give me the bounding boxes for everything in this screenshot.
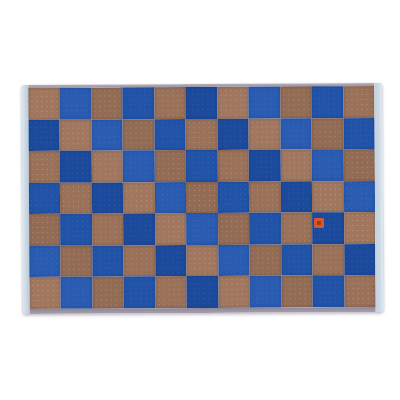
board-cell [343, 86, 375, 118]
board-cell [280, 118, 312, 150]
board-cell [92, 182, 124, 214]
board-cell [281, 181, 313, 213]
board-cell [217, 150, 249, 182]
board-cell [155, 245, 187, 277]
brand-tag-logo-mark [317, 221, 321, 225]
board-cell [249, 244, 281, 276]
board-cell [124, 277, 156, 309]
board-cell [343, 149, 375, 181]
board-cell [187, 276, 219, 308]
board-cell [249, 213, 281, 245]
board-cell [249, 150, 281, 182]
board-cell [154, 87, 186, 119]
board-cell [344, 212, 376, 244]
board-cell [344, 275, 376, 307]
board-cell [186, 118, 218, 150]
page-background: { "game": "checkerboard (checkers-style … [0, 0, 400, 400]
board-cell [281, 276, 313, 308]
board-cell [123, 214, 155, 246]
board-cell [123, 182, 155, 214]
board-cell [313, 276, 345, 308]
board-cell [123, 119, 155, 151]
board-cell [343, 181, 375, 213]
board-cell [29, 151, 61, 183]
board-cell [123, 87, 155, 119]
board-cell [92, 151, 124, 183]
board-cell [217, 87, 249, 119]
board-cell [29, 119, 61, 151]
right-selvedge-strip [374, 83, 383, 312]
bottom-hem [30, 307, 376, 314]
board-cell [29, 183, 61, 215]
board-cell [249, 118, 281, 150]
board-cell [312, 118, 344, 150]
board-cell [344, 244, 376, 276]
board-cell [312, 181, 344, 213]
board-cell [281, 213, 313, 245]
board-cell [91, 87, 123, 119]
board-cell [155, 182, 187, 214]
board-cell [155, 213, 187, 245]
board-cell [248, 87, 280, 119]
board-cell [281, 244, 313, 276]
board-cell [218, 181, 250, 213]
board-cell [60, 119, 92, 151]
checkered-bath-mat [21, 83, 383, 314]
board-cell [280, 86, 312, 118]
board-cell [124, 245, 156, 277]
board-cell [60, 88, 92, 120]
board-cell [155, 150, 187, 182]
board-cell [92, 245, 124, 277]
towel-center [28, 83, 375, 314]
board-cell [92, 277, 124, 309]
board-cell [123, 150, 155, 182]
board-cell [249, 181, 281, 213]
board-cell [218, 213, 250, 245]
board-cell [186, 182, 218, 214]
board-cell [217, 118, 249, 150]
board-cell [61, 246, 93, 278]
board-cell [187, 245, 219, 277]
board-cell [186, 150, 218, 182]
board-cell [60, 151, 92, 183]
board-cell [312, 244, 344, 276]
board-cell [61, 214, 93, 246]
board-cell [29, 214, 61, 246]
board-cell [29, 277, 61, 309]
board-cell [312, 149, 344, 181]
board-cell [92, 214, 124, 246]
board-cell [311, 86, 343, 118]
board-cell [218, 276, 250, 308]
brand-tag [314, 218, 324, 228]
board-cell [155, 277, 187, 309]
board-cell [343, 118, 375, 150]
board-cell [60, 182, 92, 214]
board-cell [61, 277, 93, 309]
board-cell [186, 87, 218, 119]
board-cell [91, 119, 123, 151]
board-cell [29, 246, 61, 278]
board-cell [28, 88, 60, 120]
checkerboard-grid [28, 86, 375, 309]
board-cell [186, 213, 218, 245]
board-cell [218, 245, 250, 277]
board-cell [280, 149, 312, 181]
board-cell [154, 119, 186, 151]
board-cell [250, 276, 282, 308]
